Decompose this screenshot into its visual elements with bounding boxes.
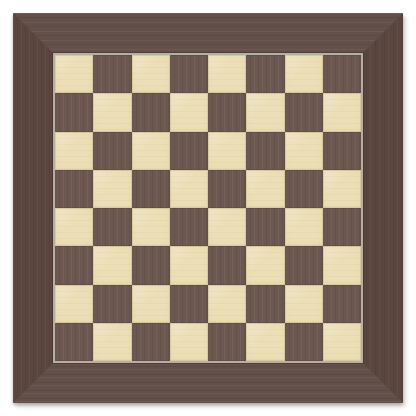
square-c2[interactable] bbox=[132, 285, 170, 323]
square-c3[interactable] bbox=[132, 246, 170, 284]
square-b2[interactable] bbox=[93, 285, 131, 323]
square-g4[interactable] bbox=[285, 208, 323, 246]
square-h1[interactable] bbox=[323, 323, 361, 361]
square-e4[interactable] bbox=[208, 208, 246, 246]
square-d2[interactable] bbox=[170, 285, 208, 323]
square-d4[interactable] bbox=[170, 208, 208, 246]
square-b6[interactable] bbox=[93, 132, 131, 170]
square-f6[interactable] bbox=[246, 132, 284, 170]
square-g6[interactable] bbox=[285, 132, 323, 170]
square-c5[interactable] bbox=[132, 170, 170, 208]
square-e3[interactable] bbox=[208, 246, 246, 284]
board-frame-bottom bbox=[13, 361, 403, 403]
square-h5[interactable] bbox=[323, 170, 361, 208]
board-frame-right bbox=[361, 13, 403, 403]
square-e1[interactable] bbox=[208, 323, 246, 361]
photo-background bbox=[0, 0, 416, 416]
square-a3[interactable] bbox=[55, 246, 93, 284]
square-g5[interactable] bbox=[285, 170, 323, 208]
square-g7[interactable] bbox=[285, 93, 323, 131]
square-g3[interactable] bbox=[285, 246, 323, 284]
square-d6[interactable] bbox=[170, 132, 208, 170]
square-d1[interactable] bbox=[170, 323, 208, 361]
chess-board bbox=[13, 13, 403, 403]
square-f5[interactable] bbox=[246, 170, 284, 208]
square-a1[interactable] bbox=[55, 323, 93, 361]
square-e2[interactable] bbox=[208, 285, 246, 323]
square-c1[interactable] bbox=[132, 323, 170, 361]
square-c4[interactable] bbox=[132, 208, 170, 246]
board-frame-top bbox=[13, 13, 403, 55]
square-g8[interactable] bbox=[285, 55, 323, 93]
square-h7[interactable] bbox=[323, 93, 361, 131]
square-h8[interactable] bbox=[323, 55, 361, 93]
square-h4[interactable] bbox=[323, 208, 361, 246]
square-h6[interactable] bbox=[323, 132, 361, 170]
square-b3[interactable] bbox=[93, 246, 131, 284]
square-g2[interactable] bbox=[285, 285, 323, 323]
board-squares-grid bbox=[53, 53, 363, 363]
square-a2[interactable] bbox=[55, 285, 93, 323]
square-b4[interactable] bbox=[93, 208, 131, 246]
square-g1[interactable] bbox=[285, 323, 323, 361]
square-c6[interactable] bbox=[132, 132, 170, 170]
square-c7[interactable] bbox=[132, 93, 170, 131]
square-b1[interactable] bbox=[93, 323, 131, 361]
square-e7[interactable] bbox=[208, 93, 246, 131]
square-f7[interactable] bbox=[246, 93, 284, 131]
square-f4[interactable] bbox=[246, 208, 284, 246]
square-a7[interactable] bbox=[55, 93, 93, 131]
square-d5[interactable] bbox=[170, 170, 208, 208]
square-a6[interactable] bbox=[55, 132, 93, 170]
square-d8[interactable] bbox=[170, 55, 208, 93]
square-f8[interactable] bbox=[246, 55, 284, 93]
square-d7[interactable] bbox=[170, 93, 208, 131]
square-e6[interactable] bbox=[208, 132, 246, 170]
square-a5[interactable] bbox=[55, 170, 93, 208]
square-f3[interactable] bbox=[246, 246, 284, 284]
square-b5[interactable] bbox=[93, 170, 131, 208]
square-b7[interactable] bbox=[93, 93, 131, 131]
square-e8[interactable] bbox=[208, 55, 246, 93]
square-a4[interactable] bbox=[55, 208, 93, 246]
board-frame-left bbox=[13, 13, 55, 403]
square-a8[interactable] bbox=[55, 55, 93, 93]
square-b8[interactable] bbox=[93, 55, 131, 93]
square-d3[interactable] bbox=[170, 246, 208, 284]
square-f2[interactable] bbox=[246, 285, 284, 323]
square-c8[interactable] bbox=[132, 55, 170, 93]
square-h3[interactable] bbox=[323, 246, 361, 284]
square-h2[interactable] bbox=[323, 285, 361, 323]
square-e5[interactable] bbox=[208, 170, 246, 208]
square-f1[interactable] bbox=[246, 323, 284, 361]
